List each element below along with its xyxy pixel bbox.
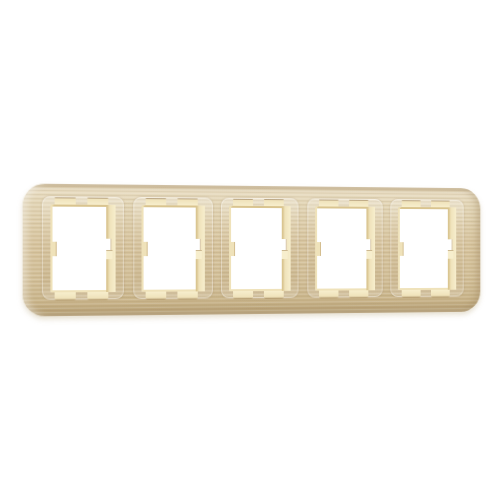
product-photo-stage — [0, 0, 500, 500]
top-slot-right — [431, 200, 450, 207]
bottom-tab-right — [177, 291, 197, 299]
bottom-tab-right — [87, 292, 108, 300]
top-slot-right — [87, 198, 108, 205]
window-opening-1 — [50, 204, 115, 292]
ivory-side-wall — [448, 207, 456, 289]
ivory-side-wall — [366, 207, 375, 291]
frame-window-5 — [390, 199, 463, 297]
bottom-tab-left — [402, 290, 421, 298]
side-wall-notch — [106, 238, 111, 249]
side-wall-claw — [195, 249, 201, 258]
top-slot-left — [145, 198, 166, 205]
ivory-side-wall — [106, 205, 115, 292]
top-slot-right — [349, 200, 368, 207]
bottom-tab-left — [319, 290, 338, 298]
side-wall-notch — [195, 238, 200, 249]
left-latch-tab — [317, 242, 321, 256]
top-slot-left — [402, 200, 421, 207]
five-gang-frame-plate — [23, 184, 481, 317]
frame-window-2 — [133, 197, 213, 299]
frame-window-4 — [307, 198, 382, 297]
windows-row — [23, 184, 481, 317]
bottom-tab-left — [145, 292, 166, 300]
top-slot-left — [233, 199, 253, 206]
window-opening-5 — [398, 207, 456, 290]
side-wall-notch — [366, 239, 371, 250]
frame-window-1 — [42, 196, 124, 300]
side-wall-notch — [282, 239, 287, 250]
ivory-side-wall — [195, 206, 204, 292]
top-slot-right — [177, 198, 197, 205]
left-latch-tab — [53, 241, 57, 255]
top-slot-right — [264, 199, 284, 206]
bottom-tab-right — [431, 290, 450, 298]
side-wall-claw — [448, 250, 454, 259]
ivory-side-wall — [282, 206, 291, 291]
frame-window-3 — [221, 198, 299, 299]
window-opening-2 — [141, 205, 204, 292]
left-latch-tab — [231, 241, 235, 255]
window-opening-4 — [315, 206, 375, 290]
bottom-tab-right — [264, 291, 284, 299]
side-wall-claw — [106, 249, 112, 258]
top-slot-left — [55, 197, 76, 204]
bottom-tab-left — [233, 291, 253, 299]
side-wall-notch — [448, 239, 453, 250]
left-latch-tab — [143, 241, 147, 255]
window-opening-3 — [229, 206, 291, 291]
side-wall-claw — [366, 250, 372, 259]
bottom-tab-left — [55, 292, 76, 300]
side-wall-claw — [282, 250, 288, 259]
top-slot-left — [319, 199, 338, 206]
bottom-tab-right — [349, 290, 368, 298]
left-latch-tab — [400, 242, 404, 256]
